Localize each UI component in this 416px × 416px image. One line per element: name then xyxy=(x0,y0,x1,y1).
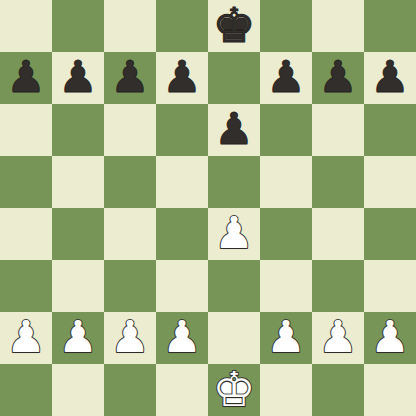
square-d8[interactable] xyxy=(156,0,208,52)
square-a7[interactable]: ♟ xyxy=(0,52,52,104)
square-g3[interactable] xyxy=(312,260,364,312)
square-f3[interactable] xyxy=(260,260,312,312)
square-d5[interactable] xyxy=(156,156,208,208)
square-g4[interactable] xyxy=(312,208,364,260)
square-c2[interactable]: ♟ xyxy=(104,312,156,364)
square-g8[interactable] xyxy=(312,0,364,52)
square-b1[interactable] xyxy=(52,364,104,416)
square-a1[interactable] xyxy=(0,364,52,416)
square-h5[interactable] xyxy=(364,156,416,208)
black-pawn-b7[interactable]: ♟ xyxy=(58,51,97,103)
square-f7[interactable]: ♟ xyxy=(260,52,312,104)
white-pawn-a2[interactable]: ♟ xyxy=(6,311,45,363)
square-e4[interactable]: ♟ xyxy=(208,208,260,260)
square-c5[interactable] xyxy=(104,156,156,208)
square-h4[interactable] xyxy=(364,208,416,260)
square-b7[interactable]: ♟ xyxy=(52,52,104,104)
square-c3[interactable] xyxy=(104,260,156,312)
white-pawn-h2[interactable]: ♟ xyxy=(370,311,409,363)
square-f1[interactable] xyxy=(260,364,312,416)
black-king-e8[interactable]: ♚ xyxy=(212,0,255,51)
black-pawn-f7[interactable]: ♟ xyxy=(266,51,305,103)
square-f8[interactable] xyxy=(260,0,312,52)
white-pawn-c2[interactable]: ♟ xyxy=(110,311,149,363)
square-a3[interactable] xyxy=(0,260,52,312)
black-pawn-c7[interactable]: ♟ xyxy=(110,51,149,103)
square-c7[interactable]: ♟ xyxy=(104,52,156,104)
square-e6[interactable]: ♟ xyxy=(208,104,260,156)
square-a8[interactable] xyxy=(0,0,52,52)
square-e2[interactable] xyxy=(208,312,260,364)
square-b3[interactable] xyxy=(52,260,104,312)
chess-board: ♚♟♟♟♟♟♟♟♟♟♟♟♟♟♟♟♟♚ xyxy=(0,0,416,416)
square-b2[interactable]: ♟ xyxy=(52,312,104,364)
black-pawn-g7[interactable]: ♟ xyxy=(318,51,357,103)
square-d6[interactable] xyxy=(156,104,208,156)
square-h6[interactable] xyxy=(364,104,416,156)
square-c8[interactable] xyxy=(104,0,156,52)
square-a4[interactable] xyxy=(0,208,52,260)
square-a5[interactable] xyxy=(0,156,52,208)
square-g1[interactable] xyxy=(312,364,364,416)
square-h3[interactable] xyxy=(364,260,416,312)
square-e7[interactable] xyxy=(208,52,260,104)
white-pawn-d2[interactable]: ♟ xyxy=(162,311,201,363)
square-f6[interactable] xyxy=(260,104,312,156)
square-d4[interactable] xyxy=(156,208,208,260)
square-d7[interactable]: ♟ xyxy=(156,52,208,104)
square-e3[interactable] xyxy=(208,260,260,312)
square-c4[interactable] xyxy=(104,208,156,260)
square-d2[interactable]: ♟ xyxy=(156,312,208,364)
square-b8[interactable] xyxy=(52,0,104,52)
square-c6[interactable] xyxy=(104,104,156,156)
black-pawn-h7[interactable]: ♟ xyxy=(370,51,409,103)
white-pawn-g2[interactable]: ♟ xyxy=(318,311,357,363)
square-g2[interactable]: ♟ xyxy=(312,312,364,364)
black-pawn-a7[interactable]: ♟ xyxy=(6,51,45,103)
black-pawn-e6[interactable]: ♟ xyxy=(214,103,253,155)
square-f2[interactable]: ♟ xyxy=(260,312,312,364)
white-pawn-e4[interactable]: ♟ xyxy=(214,207,253,259)
square-b4[interactable] xyxy=(52,208,104,260)
square-e1[interactable]: ♚ xyxy=(208,364,260,416)
white-king-e1[interactable]: ♚ xyxy=(212,363,255,415)
square-d3[interactable] xyxy=(156,260,208,312)
square-a6[interactable] xyxy=(0,104,52,156)
square-b6[interactable] xyxy=(52,104,104,156)
square-f5[interactable] xyxy=(260,156,312,208)
square-h1[interactable] xyxy=(364,364,416,416)
square-c1[interactable] xyxy=(104,364,156,416)
square-h7[interactable]: ♟ xyxy=(364,52,416,104)
square-g5[interactable] xyxy=(312,156,364,208)
square-h2[interactable]: ♟ xyxy=(364,312,416,364)
square-b5[interactable] xyxy=(52,156,104,208)
square-e5[interactable] xyxy=(208,156,260,208)
white-pawn-b2[interactable]: ♟ xyxy=(58,311,97,363)
square-a2[interactable]: ♟ xyxy=(0,312,52,364)
square-e8[interactable]: ♚ xyxy=(208,0,260,52)
square-g6[interactable] xyxy=(312,104,364,156)
square-g7[interactable]: ♟ xyxy=(312,52,364,104)
square-f4[interactable] xyxy=(260,208,312,260)
square-h8[interactable] xyxy=(364,0,416,52)
white-pawn-f2[interactable]: ♟ xyxy=(266,311,305,363)
square-d1[interactable] xyxy=(156,364,208,416)
black-pawn-d7[interactable]: ♟ xyxy=(162,51,201,103)
